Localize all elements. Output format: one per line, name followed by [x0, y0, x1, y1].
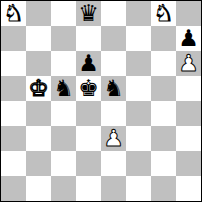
piece-black-queen-d8: ♛: [76, 1, 101, 26]
square-e6: [101, 51, 126, 76]
square-h7: ♟: [176, 26, 201, 51]
square-e2: [101, 151, 126, 176]
square-a5: [1, 76, 26, 101]
square-h1: [176, 176, 201, 201]
square-h2: [176, 151, 201, 176]
square-f5: [126, 76, 151, 101]
square-d7: [76, 26, 101, 51]
square-c7: [51, 26, 76, 51]
square-f8: [126, 1, 151, 26]
square-e1: [101, 176, 126, 201]
square-a7: [1, 26, 26, 51]
square-b6: [26, 51, 51, 76]
piece-black-king-d5: ♚: [76, 76, 101, 101]
square-a8: ♞: [1, 1, 26, 26]
chess-diagram: ♞♛♞♟♟♟♚♞♚♞♟: [0, 0, 202, 202]
square-f6: [126, 51, 151, 76]
square-b5: ♚: [26, 76, 51, 101]
square-f3: [126, 126, 151, 151]
piece-white-knight-g8: ♞: [151, 1, 176, 26]
square-b8: [26, 1, 51, 26]
square-e3: ♟: [101, 126, 126, 151]
piece-black-knight-c5: ♞: [51, 76, 76, 101]
square-b7: [26, 26, 51, 51]
square-c1: [51, 176, 76, 201]
square-g8: ♞: [151, 1, 176, 26]
square-b1: [26, 176, 51, 201]
square-a4: [1, 101, 26, 126]
square-d3: [76, 126, 101, 151]
square-d6: ♟: [76, 51, 101, 76]
square-f7: [126, 26, 151, 51]
square-g3: [151, 126, 176, 151]
square-b4: [26, 101, 51, 126]
piece-white-knight-a8: ♞: [1, 1, 26, 26]
square-g2: [151, 151, 176, 176]
square-a1: [1, 176, 26, 201]
square-g5: [151, 76, 176, 101]
square-g4: [151, 101, 176, 126]
square-c8: [51, 1, 76, 26]
square-g6: [151, 51, 176, 76]
piece-white-pawn-h6: ♟: [176, 51, 201, 76]
square-e8: [101, 1, 126, 26]
square-f4: [126, 101, 151, 126]
square-c2: [51, 151, 76, 176]
square-f2: [126, 151, 151, 176]
square-d8: ♛: [76, 1, 101, 26]
square-b3: [26, 126, 51, 151]
square-e4: [101, 101, 126, 126]
piece-black-pawn-d6: ♟: [76, 51, 101, 76]
square-e5: ♞: [101, 76, 126, 101]
square-h5: [176, 76, 201, 101]
square-b2: [26, 151, 51, 176]
piece-white-pawn-e3: ♟: [101, 126, 126, 151]
piece-white-king-b5: ♚: [26, 76, 51, 101]
piece-black-pawn-h7: ♟: [176, 26, 201, 51]
square-h6: ♟: [176, 51, 201, 76]
chess-board: ♞♛♞♟♟♟♚♞♚♞♟: [0, 0, 202, 202]
square-c6: [51, 51, 76, 76]
square-d2: [76, 151, 101, 176]
piece-black-knight-e5: ♞: [101, 76, 126, 101]
square-g1: [151, 176, 176, 201]
square-h4: [176, 101, 201, 126]
square-g7: [151, 26, 176, 51]
square-h3: [176, 126, 201, 151]
square-c5: ♞: [51, 76, 76, 101]
square-d1: [76, 176, 101, 201]
square-a3: [1, 126, 26, 151]
square-d4: [76, 101, 101, 126]
square-d5: ♚: [76, 76, 101, 101]
square-a2: [1, 151, 26, 176]
square-h8: [176, 1, 201, 26]
square-c3: [51, 126, 76, 151]
square-e7: [101, 26, 126, 51]
square-c4: [51, 101, 76, 126]
square-a6: [1, 51, 26, 76]
square-f1: [126, 176, 151, 201]
